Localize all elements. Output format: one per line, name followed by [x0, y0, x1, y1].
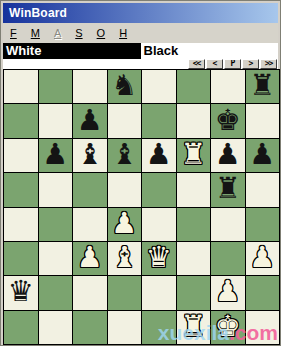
square-h8[interactable]: ♜: [246, 70, 280, 103]
square-e7[interactable]: [142, 104, 176, 137]
square-c5[interactable]: [73, 173, 107, 206]
square-a7[interactable]: [4, 104, 38, 137]
square-f2[interactable]: [177, 276, 211, 309]
square-d8[interactable]: ♞: [108, 70, 142, 103]
square-f7[interactable]: [177, 104, 211, 137]
square-c6[interactable]: ♝: [73, 139, 107, 172]
white-player-label: White: [3, 43, 141, 59]
square-d5[interactable]: [108, 173, 142, 206]
square-e5[interactable]: [142, 173, 176, 206]
forward-button[interactable]: >: [242, 59, 259, 69]
square-h5[interactable]: [246, 173, 280, 206]
square-d4[interactable]: ♟: [108, 208, 142, 241]
square-a5[interactable]: [4, 173, 38, 206]
square-a3[interactable]: [4, 242, 38, 275]
square-e3[interactable]: ♛: [142, 242, 176, 275]
chess-board: ♞♜♟♚♟♝♝♟♜♟♟♜♟♟♝♛♟♛♟♜♚: [3, 69, 280, 345]
menu-action[interactable]: A: [47, 27, 68, 39]
title-bar[interactable]: WinBoard: [3, 3, 278, 23]
square-e6[interactable]: ♟: [142, 139, 176, 172]
black-king-icon: ♚: [215, 106, 241, 135]
rewind-to-start-button[interactable]: <<: [188, 59, 205, 69]
square-d6[interactable]: ♝: [108, 139, 142, 172]
square-a6[interactable]: [4, 139, 38, 172]
square-h4[interactable]: [246, 208, 280, 241]
square-b5[interactable]: [39, 173, 73, 206]
white-rook-icon: ♜: [180, 140, 206, 169]
pause-button[interactable]: P: [224, 59, 241, 69]
square-f6[interactable]: ♜: [177, 139, 211, 172]
square-f8[interactable]: [177, 70, 211, 103]
black-rook-icon: ♜: [249, 71, 275, 100]
white-pawn-icon: ♟: [249, 243, 275, 272]
square-a1[interactable]: [4, 311, 38, 344]
square-b6[interactable]: ♟: [39, 139, 73, 172]
white-bishop-icon: ♝: [111, 243, 137, 272]
menu-step[interactable]: S: [68, 27, 89, 39]
square-c1[interactable]: [73, 311, 107, 344]
square-h6[interactable]: ♟: [246, 139, 280, 172]
black-rook-icon: ♜: [215, 174, 241, 203]
white-rook-icon: ♜: [180, 312, 206, 341]
square-c7[interactable]: ♟: [73, 104, 107, 137]
square-e1[interactable]: [142, 311, 176, 344]
square-c8[interactable]: [73, 70, 107, 103]
black-bishop-icon: ♝: [111, 140, 137, 169]
player-name-bar: White Black: [3, 43, 278, 59]
menu-bar: F M A S O H: [3, 23, 278, 43]
square-g1[interactable]: ♚: [211, 311, 245, 344]
white-pawn-icon: ♟: [111, 209, 137, 238]
black-player-label: Black: [141, 43, 279, 59]
black-pawn-icon: ♟: [146, 140, 172, 169]
square-h3[interactable]: ♟: [246, 242, 280, 275]
square-e8[interactable]: [142, 70, 176, 103]
square-b2[interactable]: [39, 276, 73, 309]
winboard-window: WinBoard F M A S O H White Black << < P …: [0, 0, 281, 346]
square-b1[interactable]: [39, 311, 73, 344]
square-f3[interactable]: [177, 242, 211, 275]
square-d3[interactable]: ♝: [108, 242, 142, 275]
black-queen-icon: ♛: [8, 277, 34, 306]
forward-to-end-button[interactable]: >>: [260, 59, 277, 69]
square-g7[interactable]: ♚: [211, 104, 245, 137]
white-pawn-icon: ♟: [77, 243, 103, 272]
square-c4[interactable]: [73, 208, 107, 241]
square-d7[interactable]: [108, 104, 142, 137]
menu-mode[interactable]: M: [24, 27, 47, 39]
square-g6[interactable]: ♟: [211, 139, 245, 172]
square-f5[interactable]: [177, 173, 211, 206]
square-a2[interactable]: ♛: [4, 276, 38, 309]
square-c2[interactable]: [73, 276, 107, 309]
square-a8[interactable]: [4, 70, 38, 103]
square-b7[interactable]: [39, 104, 73, 137]
square-g4[interactable]: [211, 208, 245, 241]
square-f1[interactable]: ♜: [177, 311, 211, 344]
square-b3[interactable]: [39, 242, 73, 275]
square-h7[interactable]: [246, 104, 280, 137]
menu-options[interactable]: O: [90, 27, 113, 39]
square-h2[interactable]: [246, 276, 280, 309]
window-title: WinBoard: [3, 6, 67, 20]
black-pawn-icon: ♟: [249, 140, 275, 169]
menu-help[interactable]: H: [112, 27, 134, 39]
back-button[interactable]: <: [206, 59, 223, 69]
square-e4[interactable]: [142, 208, 176, 241]
menu-file[interactable]: F: [3, 27, 24, 39]
white-queen-icon: ♛: [146, 243, 172, 272]
square-f4[interactable]: [177, 208, 211, 241]
square-g8[interactable]: [211, 70, 245, 103]
square-e2[interactable]: [142, 276, 176, 309]
white-pawn-icon: ♟: [215, 277, 241, 306]
square-g2[interactable]: ♟: [211, 276, 245, 309]
square-b8[interactable]: [39, 70, 73, 103]
square-a4[interactable]: [4, 208, 38, 241]
square-b4[interactable]: [39, 208, 73, 241]
square-h1[interactable]: [246, 311, 280, 344]
nav-button-bar: << < P > >>: [3, 59, 278, 69]
square-d2[interactable]: [108, 276, 142, 309]
square-g5[interactable]: ♜: [211, 173, 245, 206]
black-pawn-icon: ♟: [77, 106, 103, 135]
black-knight-icon: ♞: [111, 71, 137, 100]
square-c3[interactable]: ♟: [73, 242, 107, 275]
white-king-icon: ♚: [215, 312, 241, 341]
black-pawn-icon: ♟: [215, 140, 241, 169]
black-pawn-icon: ♟: [42, 140, 68, 169]
square-d1[interactable]: [108, 311, 142, 344]
black-bishop-icon: ♝: [77, 140, 103, 169]
square-g3[interactable]: [211, 242, 245, 275]
